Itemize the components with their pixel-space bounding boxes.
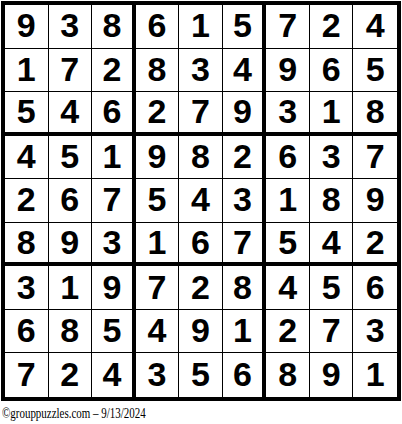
- sudoku-cell-r6c7: 5: [266, 223, 310, 267]
- sudoku-cell-r2c9: 5: [353, 49, 397, 93]
- sudoku-cell-r4c9: 7: [353, 136, 397, 180]
- sudoku-cell-r3c3: 6: [92, 92, 136, 136]
- sudoku-cell-r4c2: 5: [49, 136, 93, 180]
- sudoku-cell-r3c8: 1: [310, 92, 354, 136]
- sudoku-cell-r6c3: 3: [92, 223, 136, 267]
- sudoku-cell-r3c5: 7: [179, 92, 223, 136]
- sudoku-cell-r9c3: 4: [92, 353, 136, 397]
- sudoku-cell-r4c8: 3: [310, 136, 354, 180]
- sudoku-page: 9386157241728349655462793184519826372675…: [0, 0, 402, 424]
- sudoku-cell-r3c7: 3: [266, 92, 310, 136]
- sudoku-cell-r8c1: 6: [5, 310, 49, 354]
- sudoku-cell-r5c3: 7: [92, 179, 136, 223]
- sudoku-cell-r8c8: 7: [310, 310, 354, 354]
- sudoku-cell-r3c9: 8: [353, 92, 397, 136]
- sudoku-cell-r3c1: 5: [5, 92, 49, 136]
- sudoku-cell-r9c8: 9: [310, 353, 354, 397]
- sudoku-cell-r5c9: 9: [353, 179, 397, 223]
- sudoku-cell-r6c6: 7: [223, 223, 267, 267]
- sudoku-cell-r5c2: 6: [49, 179, 93, 223]
- sudoku-cell-r1c8: 2: [310, 5, 354, 49]
- sudoku-cell-r6c1: 8: [5, 223, 49, 267]
- sudoku-cell-r5c5: 4: [179, 179, 223, 223]
- sudoku-cell-r9c1: 7: [5, 353, 49, 397]
- sudoku-cell-r3c4: 2: [136, 92, 180, 136]
- sudoku-cell-r7c9: 6: [353, 266, 397, 310]
- sudoku-cell-r8c3: 5: [92, 310, 136, 354]
- sudoku-cell-r7c3: 9: [92, 266, 136, 310]
- sudoku-cell-r7c5: 2: [179, 266, 223, 310]
- sudoku-cell-r5c1: 2: [5, 179, 49, 223]
- sudoku-cell-r2c7: 9: [266, 49, 310, 93]
- sudoku-cell-r5c8: 8: [310, 179, 354, 223]
- sudoku-cell-r1c3: 8: [92, 5, 136, 49]
- sudoku-cell-r8c4: 4: [136, 310, 180, 354]
- sudoku-cell-r4c6: 2: [223, 136, 267, 180]
- sudoku-cell-r2c5: 3: [179, 49, 223, 93]
- sudoku-cell-r5c7: 1: [266, 179, 310, 223]
- sudoku-cell-r4c4: 9: [136, 136, 180, 180]
- sudoku-cell-r9c6: 6: [223, 353, 267, 397]
- sudoku-cell-r7c7: 4: [266, 266, 310, 310]
- sudoku-cell-r8c7: 2: [266, 310, 310, 354]
- sudoku-cell-r9c5: 5: [179, 353, 223, 397]
- sudoku-cell-r6c4: 1: [136, 223, 180, 267]
- sudoku-cell-r1c6: 5: [223, 5, 267, 49]
- sudoku-board: 9386157241728349655462793184519826372675…: [1, 1, 401, 401]
- sudoku-cell-r9c9: 1: [353, 353, 397, 397]
- sudoku-cell-r4c7: 6: [266, 136, 310, 180]
- sudoku-cell-r2c6: 4: [223, 49, 267, 93]
- sudoku-cell-r9c2: 2: [49, 353, 93, 397]
- sudoku-cell-r5c6: 3: [223, 179, 267, 223]
- sudoku-cell-r1c9: 4: [353, 5, 397, 49]
- copyright-credit: ©grouppuzzles.com – 9/13/2024: [2, 404, 146, 422]
- sudoku-cell-r1c5: 1: [179, 5, 223, 49]
- sudoku-cell-r3c6: 9: [223, 92, 267, 136]
- sudoku-cell-r1c1: 9: [5, 5, 49, 49]
- sudoku-cell-r1c4: 6: [136, 5, 180, 49]
- sudoku-cell-r7c1: 3: [5, 266, 49, 310]
- sudoku-cell-r6c5: 6: [179, 223, 223, 267]
- sudoku-cell-r3c2: 4: [49, 92, 93, 136]
- sudoku-cell-r8c5: 9: [179, 310, 223, 354]
- sudoku-cell-r1c2: 3: [49, 5, 93, 49]
- sudoku-cell-r8c2: 8: [49, 310, 93, 354]
- sudoku-cell-r7c2: 1: [49, 266, 93, 310]
- sudoku-cell-r7c6: 8: [223, 266, 267, 310]
- sudoku-cell-r2c1: 1: [5, 49, 49, 93]
- sudoku-cell-r4c3: 1: [92, 136, 136, 180]
- sudoku-cell-r8c6: 1: [223, 310, 267, 354]
- sudoku-cell-r6c2: 9: [49, 223, 93, 267]
- sudoku-cell-r7c8: 5: [310, 266, 354, 310]
- sudoku-cell-r6c9: 2: [353, 223, 397, 267]
- sudoku-cell-r8c9: 3: [353, 310, 397, 354]
- sudoku-cell-r7c4: 7: [136, 266, 180, 310]
- sudoku-cell-r2c3: 2: [92, 49, 136, 93]
- sudoku-cell-r6c8: 4: [310, 223, 354, 267]
- sudoku-cell-r4c1: 4: [5, 136, 49, 180]
- sudoku-cell-r5c4: 5: [136, 179, 180, 223]
- sudoku-cell-r9c7: 8: [266, 353, 310, 397]
- sudoku-cell-r4c5: 8: [179, 136, 223, 180]
- sudoku-cell-r9c4: 3: [136, 353, 180, 397]
- sudoku-cell-r2c2: 7: [49, 49, 93, 93]
- sudoku-cell-r2c4: 8: [136, 49, 180, 93]
- sudoku-cell-r1c7: 7: [266, 5, 310, 49]
- sudoku-cell-r2c8: 6: [310, 49, 354, 93]
